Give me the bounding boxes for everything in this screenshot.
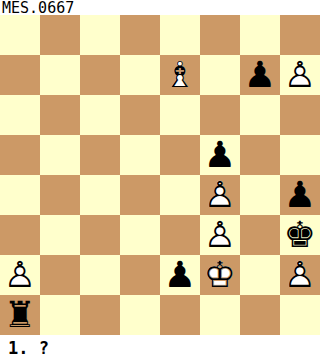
white-pawn-outline-glyph: ♙ [280, 255, 320, 295]
square-h7[interactable]: ♟♙ [280, 55, 320, 95]
move-prompt: 1. ? [0, 338, 49, 358]
white-pawn-outline-glyph: ♙ [0, 255, 40, 295]
square-c2[interactable] [80, 255, 120, 295]
square-a2[interactable]: ♟♙ [0, 255, 40, 295]
square-g7[interactable]: ♟ [240, 55, 280, 95]
square-a1[interactable]: ♜ [0, 295, 40, 335]
square-d7[interactable] [120, 55, 160, 95]
square-c8[interactable] [80, 15, 120, 55]
square-e8[interactable] [160, 15, 200, 55]
square-c1[interactable] [80, 295, 120, 335]
square-g1[interactable] [240, 295, 280, 335]
square-h6[interactable] [280, 95, 320, 135]
black-pawn-glyph: ♟ [160, 255, 200, 295]
square-b5[interactable] [40, 135, 80, 175]
square-c5[interactable] [80, 135, 120, 175]
square-c6[interactable] [80, 95, 120, 135]
square-e1[interactable] [160, 295, 200, 335]
white-pawn-outline-glyph: ♙ [200, 215, 240, 255]
square-b1[interactable] [40, 295, 80, 335]
white-pawn-outline-glyph: ♙ [280, 55, 320, 95]
square-d2[interactable] [120, 255, 160, 295]
square-b3[interactable] [40, 215, 80, 255]
black-rook-glyph: ♜ [0, 295, 40, 335]
square-d5[interactable] [120, 135, 160, 175]
piece-white-king-f2[interactable]: ♚♔ [200, 255, 240, 295]
piece-white-pawn-a2[interactable]: ♟♙ [0, 255, 40, 295]
black-king-glyph: ♚ [280, 215, 320, 255]
square-f7[interactable] [200, 55, 240, 95]
square-g2[interactable] [240, 255, 280, 295]
square-h4[interactable]: ♟ [280, 175, 320, 215]
piece-black-pawn-e2[interactable]: ♟ [160, 255, 200, 295]
square-b6[interactable] [40, 95, 80, 135]
square-h1[interactable] [280, 295, 320, 335]
square-a3[interactable] [0, 215, 40, 255]
square-h5[interactable] [280, 135, 320, 175]
square-f5[interactable]: ♟ [200, 135, 240, 175]
white-king-outline-glyph: ♔ [200, 255, 240, 295]
square-e6[interactable] [160, 95, 200, 135]
square-f1[interactable] [200, 295, 240, 335]
piece-white-pawn-h2[interactable]: ♟♙ [280, 255, 320, 295]
white-pawn-outline-glyph: ♙ [200, 175, 240, 215]
piece-black-pawn-g7[interactable]: ♟ [240, 55, 280, 95]
square-c3[interactable] [80, 215, 120, 255]
square-g4[interactable] [240, 175, 280, 215]
piece-white-bishop-e7[interactable]: ♝♗ [160, 55, 200, 95]
square-e5[interactable] [160, 135, 200, 175]
square-a6[interactable] [0, 95, 40, 135]
square-f3[interactable]: ♟♙ [200, 215, 240, 255]
piece-black-king-h3[interactable]: ♚ [280, 215, 320, 255]
square-c7[interactable] [80, 55, 120, 95]
square-e4[interactable] [160, 175, 200, 215]
piece-white-pawn-h7[interactable]: ♟♙ [280, 55, 320, 95]
square-b4[interactable] [40, 175, 80, 215]
square-g6[interactable] [240, 95, 280, 135]
square-g8[interactable] [240, 15, 280, 55]
square-b2[interactable] [40, 255, 80, 295]
square-b8[interactable] [40, 15, 80, 55]
puzzle-id: MES.0667 [0, 1, 74, 15]
square-f6[interactable] [200, 95, 240, 135]
piece-white-pawn-f3[interactable]: ♟♙ [200, 215, 240, 255]
black-pawn-glyph: ♟ [200, 135, 240, 175]
title-bar: MES.0667 [0, 0, 320, 15]
footer-bar: 1. ? [0, 335, 320, 360]
square-d8[interactable] [120, 15, 160, 55]
square-c4[interactable] [80, 175, 120, 215]
square-e7[interactable]: ♝♗ [160, 55, 200, 95]
square-d3[interactable] [120, 215, 160, 255]
square-a5[interactable] [0, 135, 40, 175]
square-h3[interactable]: ♚ [280, 215, 320, 255]
piece-black-rook-a1[interactable]: ♜ [0, 295, 40, 335]
square-d1[interactable] [120, 295, 160, 335]
square-g3[interactable] [240, 215, 280, 255]
square-h8[interactable] [280, 15, 320, 55]
square-d6[interactable] [120, 95, 160, 135]
chess-board: ♝♗♟♟♙♟♟♙♟♟♙♚♟♙♟♚♔♟♙♜ [0, 15, 320, 335]
square-e3[interactable] [160, 215, 200, 255]
square-h2[interactable]: ♟♙ [280, 255, 320, 295]
chess-puzzle-page: MES.0667 ♝♗♟♟♙♟♟♙♟♟♙♚♟♙♟♚♔♟♙♜ 1. ? [0, 0, 320, 360]
black-pawn-glyph: ♟ [240, 55, 280, 95]
square-e2[interactable]: ♟ [160, 255, 200, 295]
square-f2[interactable]: ♚♔ [200, 255, 240, 295]
piece-black-pawn-h4[interactable]: ♟ [280, 175, 320, 215]
square-f8[interactable] [200, 15, 240, 55]
black-pawn-glyph: ♟ [280, 175, 320, 215]
piece-white-pawn-f4[interactable]: ♟♙ [200, 175, 240, 215]
square-d4[interactable] [120, 175, 160, 215]
square-a8[interactable] [0, 15, 40, 55]
piece-black-pawn-f5[interactable]: ♟ [200, 135, 240, 175]
square-f4[interactable]: ♟♙ [200, 175, 240, 215]
square-a7[interactable] [0, 55, 40, 95]
square-a4[interactable] [0, 175, 40, 215]
square-g5[interactable] [240, 135, 280, 175]
white-bishop-outline-glyph: ♗ [160, 55, 200, 95]
square-b7[interactable] [40, 55, 80, 95]
